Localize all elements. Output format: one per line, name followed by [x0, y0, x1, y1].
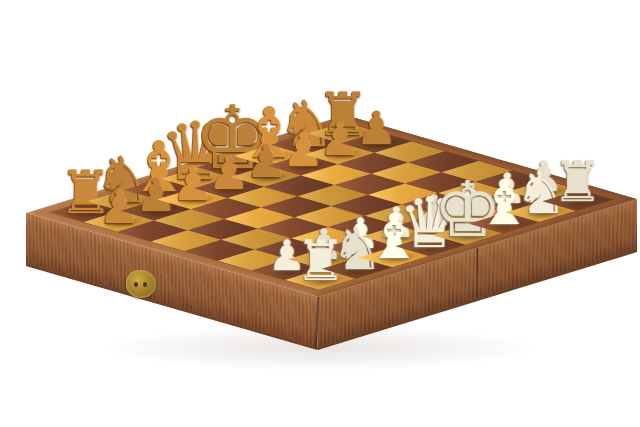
square-h1[interactable]: ♜: [542, 190, 612, 211]
brass-clasp: [126, 270, 156, 298]
orange-pawn[interactable]: ♟: [356, 105, 397, 151]
box-fold-seam: [476, 248, 478, 298]
white-rook[interactable]: ♜: [552, 154, 602, 210]
photo-canvas: ♜♞♝♛♚♝♞♜♟♟♟♟♟♟♟♟♟♟♟♟♟♟♟♟♜♞♝♛♚♝♞♜: [0, 0, 640, 427]
